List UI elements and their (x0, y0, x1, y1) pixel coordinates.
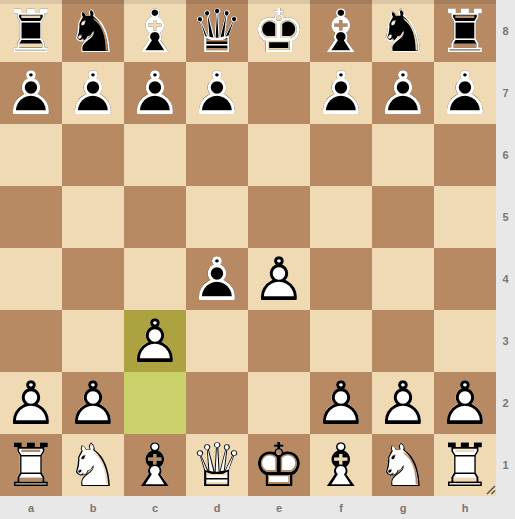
page: ♜♖♞♘♝♗♛♕♚♔♝♗♞♘♜♖♟♙♟♙♟♙♟♙♟♙♟♙♟♙♟♙♟♙♟♙♟♙♟♙… (0, 0, 515, 519)
piece-outline-glyph: ♘ (372, 434, 434, 496)
piece-black-pawn[interactable]: ♟♙ (372, 62, 434, 124)
square-b6[interactable] (62, 124, 124, 186)
piece-fill-glyph: ♟ (62, 62, 124, 124)
piece-white-pawn[interactable]: ♟♙ (124, 310, 186, 372)
piece-fill-glyph: ♟ (124, 310, 186, 372)
piece-fill-glyph: ♛ (186, 434, 248, 496)
piece-outline-glyph: ♗ (124, 434, 186, 496)
piece-outline-glyph: ♙ (434, 62, 496, 124)
piece-fill-glyph: ♟ (434, 372, 496, 434)
coord-rank-1: 1 (496, 434, 515, 496)
piece-outline-glyph: ♙ (0, 372, 62, 434)
square-a6[interactable] (0, 124, 62, 186)
piece-fill-glyph: ♟ (186, 62, 248, 124)
piece-fill-glyph: ♟ (62, 372, 124, 434)
square-g5[interactable] (372, 186, 434, 248)
square-c2[interactable] (124, 372, 186, 434)
square-c1[interactable]: ♝♗ (124, 434, 186, 496)
square-e6[interactable] (248, 124, 310, 186)
square-d4[interactable]: ♟♙ (186, 248, 248, 310)
piece-outline-glyph: ♙ (372, 62, 434, 124)
square-c3[interactable]: ♟♙ (124, 310, 186, 372)
piece-outline-glyph: ♕ (186, 434, 248, 496)
piece-outline-glyph: ♙ (124, 62, 186, 124)
piece-black-pawn[interactable]: ♟♙ (310, 62, 372, 124)
piece-white-bishop[interactable]: ♝♗ (124, 434, 186, 496)
piece-white-pawn[interactable]: ♟♙ (310, 372, 372, 434)
piece-outline-glyph: ♖ (0, 434, 62, 496)
piece-white-king[interactable]: ♚♔ (248, 434, 310, 496)
coord-file-d: d (186, 496, 248, 519)
square-c7[interactable]: ♟♙ (124, 62, 186, 124)
coord-rank-2: 2 (496, 372, 515, 434)
piece-fill-glyph: ♝ (124, 434, 186, 496)
square-h6[interactable] (434, 124, 496, 186)
piece-black-pawn[interactable]: ♟♙ (124, 62, 186, 124)
piece-black-pawn[interactable]: ♟♙ (0, 62, 62, 124)
piece-outline-glyph: ♗ (124, 0, 186, 62)
square-b7[interactable]: ♟♙ (62, 62, 124, 124)
square-d8[interactable]: ♛♕ (186, 0, 248, 62)
piece-outline-glyph: ♙ (434, 372, 496, 434)
coord-file-c: c (124, 496, 186, 519)
piece-outline-glyph: ♙ (248, 248, 310, 310)
square-g3[interactable] (372, 310, 434, 372)
piece-fill-glyph: ♞ (372, 434, 434, 496)
piece-black-pawn[interactable]: ♟♙ (186, 62, 248, 124)
piece-fill-glyph: ♟ (124, 62, 186, 124)
square-a2[interactable]: ♟♙ (0, 372, 62, 434)
piece-outline-glyph: ♗ (310, 434, 372, 496)
coord-rank-7: 7 (496, 62, 515, 124)
square-b1[interactable]: ♞♘ (62, 434, 124, 496)
square-d2[interactable] (186, 372, 248, 434)
square-b8[interactable]: ♞♘ (62, 0, 124, 62)
square-e1[interactable]: ♚♔ (248, 434, 310, 496)
square-h3[interactable] (434, 310, 496, 372)
square-b5[interactable] (62, 186, 124, 248)
square-e5[interactable] (248, 186, 310, 248)
piece-white-pawn[interactable]: ♟♙ (62, 372, 124, 434)
piece-white-pawn[interactable]: ♟♙ (372, 372, 434, 434)
square-e2[interactable] (248, 372, 310, 434)
square-f4[interactable] (310, 248, 372, 310)
piece-black-queen[interactable]: ♛♕ (186, 0, 248, 62)
piece-fill-glyph: ♞ (62, 0, 124, 62)
square-a4[interactable] (0, 248, 62, 310)
piece-outline-glyph: ♖ (434, 0, 496, 62)
piece-white-pawn[interactable]: ♟♙ (0, 372, 62, 434)
piece-outline-glyph: ♙ (186, 62, 248, 124)
piece-black-knight[interactable]: ♞♘ (372, 0, 434, 62)
chess-board: ♜♖♞♘♝♗♛♕♚♔♝♗♞♘♜♖♟♙♟♙♟♙♟♙♟♙♟♙♟♙♟♙♟♙♟♙♟♙♟♙… (0, 0, 496, 496)
piece-outline-glyph: ♘ (372, 0, 434, 62)
piece-fill-glyph: ♟ (0, 372, 62, 434)
piece-white-bishop[interactable]: ♝♗ (310, 434, 372, 496)
piece-outline-glyph: ♔ (248, 434, 310, 496)
coord-file-h: h (434, 496, 496, 519)
coord-file-e: e (248, 496, 310, 519)
square-f6[interactable] (310, 124, 372, 186)
piece-white-pawn[interactable]: ♟♙ (248, 248, 310, 310)
piece-black-bishop[interactable]: ♝♗ (310, 0, 372, 62)
square-g4[interactable] (372, 248, 434, 310)
piece-white-queen[interactable]: ♛♕ (186, 434, 248, 496)
square-a8[interactable]: ♜♖ (0, 0, 62, 62)
piece-white-knight[interactable]: ♞♘ (62, 434, 124, 496)
piece-white-rook[interactable]: ♜♖ (0, 434, 62, 496)
square-g6[interactable] (372, 124, 434, 186)
piece-outline-glyph: ♖ (0, 0, 62, 62)
piece-white-pawn[interactable]: ♟♙ (434, 372, 496, 434)
square-a5[interactable] (0, 186, 62, 248)
piece-fill-glyph: ♟ (372, 372, 434, 434)
piece-fill-glyph: ♜ (0, 434, 62, 496)
coord-rank-5: 5 (496, 186, 515, 248)
piece-black-pawn[interactable]: ♟♙ (186, 248, 248, 310)
square-f1[interactable]: ♝♗ (310, 434, 372, 496)
coord-rank-6: 6 (496, 124, 515, 186)
piece-fill-glyph: ♚ (248, 434, 310, 496)
piece-outline-glyph: ♙ (62, 372, 124, 434)
piece-white-knight[interactable]: ♞♘ (372, 434, 434, 496)
piece-outline-glyph: ♙ (0, 62, 62, 124)
piece-black-pawn[interactable]: ♟♙ (62, 62, 124, 124)
piece-fill-glyph: ♜ (0, 0, 62, 62)
square-f7[interactable]: ♟♙ (310, 62, 372, 124)
square-h2[interactable]: ♟♙ (434, 372, 496, 434)
piece-fill-glyph: ♟ (310, 62, 372, 124)
piece-black-rook[interactable]: ♜♖ (434, 0, 496, 62)
coord-file-g: g (372, 496, 434, 519)
piece-fill-glyph: ♛ (186, 0, 248, 62)
coord-file-a: a (0, 496, 62, 519)
piece-fill-glyph: ♟ (0, 62, 62, 124)
square-g8[interactable]: ♞♘ (372, 0, 434, 62)
square-h7[interactable]: ♟♙ (434, 62, 496, 124)
square-f8[interactable]: ♝♗ (310, 0, 372, 62)
square-e3[interactable] (248, 310, 310, 372)
piece-fill-glyph: ♝ (310, 434, 372, 496)
piece-outline-glyph: ♙ (124, 310, 186, 372)
square-d7[interactable]: ♟♙ (186, 62, 248, 124)
piece-black-knight[interactable]: ♞♘ (62, 0, 124, 62)
square-c6[interactable] (124, 124, 186, 186)
piece-outline-glyph: ♕ (186, 0, 248, 62)
rank-coordinates: 87654321 (496, 0, 515, 496)
resize-handle-icon[interactable] (485, 484, 496, 495)
piece-fill-glyph: ♟ (372, 62, 434, 124)
square-d6[interactable] (186, 124, 248, 186)
square-h5[interactable] (434, 186, 496, 248)
square-e7[interactable] (248, 62, 310, 124)
square-b3[interactable] (62, 310, 124, 372)
piece-fill-glyph: ♟ (310, 372, 372, 434)
piece-fill-glyph: ♟ (434, 62, 496, 124)
coord-file-b: b (62, 496, 124, 519)
piece-fill-glyph: ♟ (248, 248, 310, 310)
square-e8[interactable]: ♚♔ (248, 0, 310, 62)
piece-black-king[interactable]: ♚♔ (248, 0, 310, 62)
piece-fill-glyph: ♝ (310, 0, 372, 62)
square-g7[interactable]: ♟♙ (372, 62, 434, 124)
piece-outline-glyph: ♙ (310, 372, 372, 434)
piece-outline-glyph: ♘ (62, 434, 124, 496)
piece-fill-glyph: ♚ (248, 0, 310, 62)
square-b4[interactable] (62, 248, 124, 310)
square-g2[interactable]: ♟♙ (372, 372, 434, 434)
square-d3[interactable] (186, 310, 248, 372)
square-c5[interactable] (124, 186, 186, 248)
piece-outline-glyph: ♙ (62, 62, 124, 124)
square-b2[interactable]: ♟♙ (62, 372, 124, 434)
square-g1[interactable]: ♞♘ (372, 434, 434, 496)
piece-outline-glyph: ♗ (310, 0, 372, 62)
file-coordinates: abcdefgh (0, 496, 496, 519)
piece-fill-glyph: ♟ (186, 248, 248, 310)
piece-fill-glyph: ♜ (434, 0, 496, 62)
coord-rank-3: 3 (496, 310, 515, 372)
piece-outline-glyph: ♔ (248, 0, 310, 62)
square-d1[interactable]: ♛♕ (186, 434, 248, 496)
piece-fill-glyph: ♞ (62, 434, 124, 496)
piece-fill-glyph: ♞ (372, 0, 434, 62)
piece-outline-glyph: ♙ (310, 62, 372, 124)
square-c8[interactable]: ♝♗ (124, 0, 186, 62)
piece-black-pawn[interactable]: ♟♙ (434, 62, 496, 124)
square-a7[interactable]: ♟♙ (0, 62, 62, 124)
piece-black-bishop[interactable]: ♝♗ (124, 0, 186, 62)
coord-rank-8: 8 (496, 0, 515, 62)
square-c4[interactable] (124, 248, 186, 310)
piece-outline-glyph: ♙ (186, 248, 248, 310)
square-a3[interactable] (0, 310, 62, 372)
square-f3[interactable] (310, 310, 372, 372)
coord-rank-4: 4 (496, 248, 515, 310)
piece-outline-glyph: ♙ (372, 372, 434, 434)
square-a1[interactable]: ♜♖ (0, 434, 62, 496)
square-d5[interactable] (186, 186, 248, 248)
piece-black-rook[interactable]: ♜♖ (0, 0, 62, 62)
square-e4[interactable]: ♟♙ (248, 248, 310, 310)
piece-fill-glyph: ♝ (124, 0, 186, 62)
coord-file-f: f (310, 496, 372, 519)
square-h8[interactable]: ♜♖ (434, 0, 496, 62)
square-f2[interactable]: ♟♙ (310, 372, 372, 434)
square-f5[interactable] (310, 186, 372, 248)
square-h4[interactable] (434, 248, 496, 310)
piece-outline-glyph: ♘ (62, 0, 124, 62)
